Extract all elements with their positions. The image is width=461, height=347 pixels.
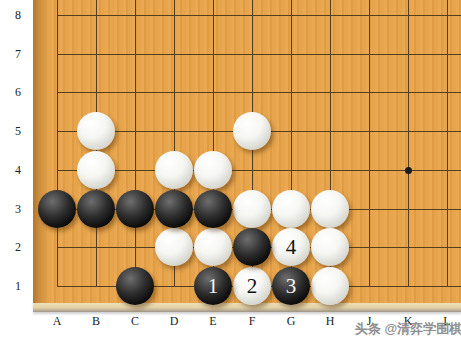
stone-white-F5: [233, 112, 271, 150]
stone-black-A3: [38, 190, 76, 228]
col-label-C: C: [124, 314, 146, 329]
board-left-edge: [33, 0, 46, 303]
row-label-5: 5: [6, 124, 30, 139]
row-label-1: 1: [6, 279, 30, 294]
col-label-F: F: [241, 314, 263, 329]
stone-white-F3: [233, 190, 271, 228]
stone-white-H3: [311, 190, 349, 228]
grid-hline-7: [57, 54, 461, 55]
grid-vline-C: [135, 0, 136, 287]
stone-white-H2: [311, 228, 349, 266]
grid-hline-4: [57, 170, 461, 171]
stone-white-D2: [155, 228, 193, 266]
row-label-4: 4: [6, 163, 30, 178]
watermark: 头条 @清弈学围棋: [355, 320, 461, 338]
stone-black-C1: [116, 267, 154, 305]
grid-hline-6: [57, 92, 461, 93]
stone-white-E2: [194, 228, 232, 266]
row-label-2: 2: [6, 240, 30, 255]
col-label-G: G: [280, 314, 302, 329]
grid-hline-8: [57, 15, 461, 16]
col-label-E: E: [202, 314, 224, 329]
go-problem-diagram: 4213 87654321ABCDEFGHJKL 头条 @清弈学围棋: [0, 0, 461, 347]
grid-vline-J: [369, 0, 370, 287]
grid-vline-L: [447, 0, 448, 287]
grid-vline-K: [408, 0, 409, 287]
star-point-K4: [405, 167, 412, 174]
col-label-D: D: [163, 314, 185, 329]
stone-white-B5: [77, 112, 115, 150]
stone-white-F1-move-2: 2: [233, 267, 271, 305]
col-label-B: B: [85, 314, 107, 329]
stone-white-G2-move-4: 4: [272, 228, 310, 266]
stone-white-H1: [311, 267, 349, 305]
stone-white-G3: [272, 190, 310, 228]
stone-black-C3: [116, 190, 154, 228]
grid-vline-A: [57, 0, 58, 287]
stone-white-B4: [77, 151, 115, 189]
stone-black-G1-move-3: 3: [272, 267, 310, 305]
col-label-H: H: [319, 314, 341, 329]
row-label-6: 6: [6, 85, 30, 100]
col-label-A: A: [46, 314, 68, 329]
stone-black-F2: [233, 228, 271, 266]
row-label-8: 8: [6, 8, 30, 23]
stone-white-D4: [155, 151, 193, 189]
stone-black-D3: [155, 190, 193, 228]
stone-black-E3: [194, 190, 232, 228]
row-label-3: 3: [6, 202, 30, 217]
stone-white-E4: [194, 151, 232, 189]
stone-black-E1-move-1: 1: [194, 267, 232, 305]
stone-black-B3: [77, 190, 115, 228]
row-label-7: 7: [6, 47, 30, 62]
